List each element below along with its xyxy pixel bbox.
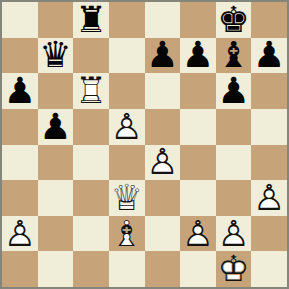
square-b1[interactable] xyxy=(38,251,74,287)
square-g2[interactable]: ♟♙ xyxy=(216,216,252,252)
black-bishop-icon: ♝ xyxy=(216,38,252,74)
square-c5[interactable] xyxy=(73,109,109,145)
white-pawn-icon: ♙ xyxy=(145,145,181,181)
square-b2[interactable] xyxy=(38,216,74,252)
black-pawn-icon: ♟ xyxy=(2,73,38,109)
black-pawn-icon: ♟ xyxy=(216,73,252,109)
piece-fill: ♟ xyxy=(2,216,38,252)
square-d5[interactable]: ♟♙ xyxy=(109,109,145,145)
piece-fill: ♛ xyxy=(109,180,145,216)
square-c3[interactable] xyxy=(73,180,109,216)
square-f2[interactable]: ♟♙ xyxy=(180,216,216,252)
piece-fill: ♟ xyxy=(145,145,181,181)
piece-white-pawn-d5[interactable]: ♟♙ xyxy=(109,109,145,145)
square-b5[interactable]: ♟ xyxy=(38,109,74,145)
square-a8[interactable] xyxy=(2,2,38,38)
square-h2[interactable] xyxy=(251,216,287,252)
square-f4[interactable] xyxy=(180,145,216,181)
piece-fill: ♝ xyxy=(109,216,145,252)
square-e8[interactable] xyxy=(145,2,181,38)
square-f5[interactable] xyxy=(180,109,216,145)
piece-fill: ♟ xyxy=(109,109,145,145)
square-a5[interactable] xyxy=(2,109,38,145)
square-d4[interactable] xyxy=(109,145,145,181)
square-g1[interactable]: ♚♔ xyxy=(216,251,252,287)
square-e3[interactable] xyxy=(145,180,181,216)
piece-white-pawn-h3[interactable]: ♟♙ xyxy=(251,180,287,216)
white-rook-icon: ♖ xyxy=(73,73,109,109)
square-a6[interactable]: ♟ xyxy=(2,73,38,109)
white-pawn-icon: ♙ xyxy=(251,180,287,216)
square-f8[interactable] xyxy=(180,2,216,38)
white-queen-icon: ♕ xyxy=(109,180,145,216)
square-e7[interactable]: ♟ xyxy=(145,38,181,74)
piece-black-pawn-b5[interactable]: ♟ xyxy=(38,109,74,145)
square-b8[interactable] xyxy=(38,2,74,38)
black-queen-icon: ♛ xyxy=(38,38,74,74)
square-a2[interactable]: ♟♙ xyxy=(2,216,38,252)
piece-white-queen-d3[interactable]: ♛♕ xyxy=(109,180,145,216)
black-king-icon: ♚ xyxy=(216,2,252,38)
piece-black-bishop-g7[interactable]: ♝ xyxy=(216,38,252,74)
piece-fill: ♚ xyxy=(216,251,252,287)
square-h8[interactable] xyxy=(251,2,287,38)
square-a7[interactable] xyxy=(2,38,38,74)
square-c6[interactable]: ♜♖ xyxy=(73,73,109,109)
square-g7[interactable]: ♝ xyxy=(216,38,252,74)
square-d2[interactable]: ♝♗ xyxy=(109,216,145,252)
black-pawn-icon: ♟ xyxy=(180,38,216,74)
piece-black-king-g8[interactable]: ♚ xyxy=(216,2,252,38)
piece-white-pawn-f2[interactable]: ♟♙ xyxy=(180,216,216,252)
square-d3[interactable]: ♛♕ xyxy=(109,180,145,216)
square-d6[interactable] xyxy=(109,73,145,109)
piece-white-bishop-d2[interactable]: ♝♗ xyxy=(109,216,145,252)
square-e5[interactable] xyxy=(145,109,181,145)
square-f1[interactable] xyxy=(180,251,216,287)
square-f7[interactable]: ♟ xyxy=(180,38,216,74)
square-g8[interactable]: ♚ xyxy=(216,2,252,38)
square-b4[interactable] xyxy=(38,145,74,181)
piece-black-pawn-e7[interactable]: ♟ xyxy=(145,38,181,74)
piece-white-pawn-e4[interactable]: ♟♙ xyxy=(145,145,181,181)
square-g3[interactable] xyxy=(216,180,252,216)
piece-black-rook-c8[interactable]: ♜ xyxy=(73,2,109,38)
square-h6[interactable] xyxy=(251,73,287,109)
square-g5[interactable] xyxy=(216,109,252,145)
piece-white-king-g1[interactable]: ♚♔ xyxy=(216,251,252,287)
piece-black-pawn-a6[interactable]: ♟ xyxy=(2,73,38,109)
square-c8[interactable]: ♜ xyxy=(73,2,109,38)
square-h7[interactable]: ♟ xyxy=(251,38,287,74)
square-f6[interactable] xyxy=(180,73,216,109)
piece-fill: ♟ xyxy=(216,216,252,252)
square-b3[interactable] xyxy=(38,180,74,216)
black-pawn-icon: ♟ xyxy=(145,38,181,74)
square-c7[interactable] xyxy=(73,38,109,74)
white-king-icon: ♔ xyxy=(216,251,252,287)
black-rook-icon: ♜ xyxy=(73,2,109,38)
square-c2[interactable] xyxy=(73,216,109,252)
square-c1[interactable] xyxy=(73,251,109,287)
square-e6[interactable] xyxy=(145,73,181,109)
square-b6[interactable] xyxy=(38,73,74,109)
square-a3[interactable] xyxy=(2,180,38,216)
black-pawn-icon: ♟ xyxy=(38,109,74,145)
piece-fill: ♟ xyxy=(251,180,287,216)
square-g6[interactable]: ♟ xyxy=(216,73,252,109)
piece-fill: ♟ xyxy=(180,216,216,252)
piece-fill: ♜ xyxy=(73,73,109,109)
white-bishop-icon: ♗ xyxy=(109,216,145,252)
square-h4[interactable] xyxy=(251,145,287,181)
white-pawn-icon: ♙ xyxy=(216,216,252,252)
square-b7[interactable]: ♛ xyxy=(38,38,74,74)
square-e4[interactable]: ♟♙ xyxy=(145,145,181,181)
square-d1[interactable] xyxy=(109,251,145,287)
piece-white-rook-c6[interactable]: ♜♖ xyxy=(73,73,109,109)
square-c4[interactable] xyxy=(73,145,109,181)
white-pawn-icon: ♙ xyxy=(180,216,216,252)
piece-black-pawn-g6[interactable]: ♟ xyxy=(216,73,252,109)
square-e1[interactable] xyxy=(145,251,181,287)
chess-diagram: ♜♚♛♟♟♝♟♟♜♖♟♟♟♙♟♙♛♕♟♙♟♙♝♗♟♙♟♙♚♔ xyxy=(0,0,289,289)
square-h3[interactable]: ♟♙ xyxy=(251,180,287,216)
piece-black-pawn-f7[interactable]: ♟ xyxy=(180,38,216,74)
square-a1[interactable] xyxy=(2,251,38,287)
black-pawn-icon: ♟ xyxy=(251,38,287,74)
piece-white-pawn-a2[interactable]: ♟♙ xyxy=(2,216,38,252)
square-d7[interactable] xyxy=(109,38,145,74)
square-h5[interactable] xyxy=(251,109,287,145)
square-a4[interactable] xyxy=(2,145,38,181)
square-f3[interactable] xyxy=(180,180,216,216)
square-h1[interactable] xyxy=(251,251,287,287)
chess-board: ♜♚♛♟♟♝♟♟♜♖♟♟♟♙♟♙♛♕♟♙♟♙♝♗♟♙♟♙♚♔ xyxy=(0,0,289,289)
piece-black-pawn-h7[interactable]: ♟ xyxy=(251,38,287,74)
piece-white-pawn-g2[interactable]: ♟♙ xyxy=(216,216,252,252)
white-pawn-icon: ♙ xyxy=(2,216,38,252)
square-g4[interactable] xyxy=(216,145,252,181)
white-pawn-icon: ♙ xyxy=(109,109,145,145)
square-e2[interactable] xyxy=(145,216,181,252)
piece-black-queen-b7[interactable]: ♛ xyxy=(38,38,74,74)
square-d8[interactable] xyxy=(109,2,145,38)
